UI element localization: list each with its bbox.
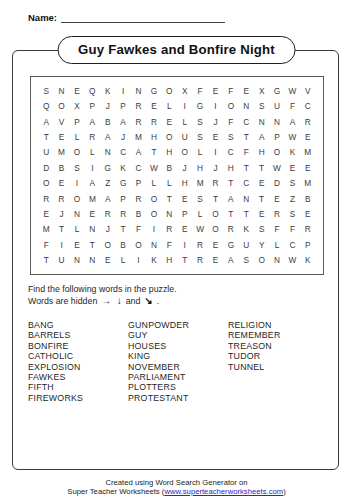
word-list-item: GUNPOWDER	[128, 320, 228, 330]
grid-cell: G	[146, 83, 161, 98]
grid-cell: N	[239, 191, 254, 206]
grid-cell: T	[146, 145, 161, 160]
grid-cell: O	[208, 206, 223, 221]
grid-cell: E	[269, 191, 284, 206]
grid-cell: V	[54, 114, 69, 129]
grid-cell: L	[192, 206, 207, 221]
grid-cell: E	[69, 237, 84, 252]
grid-cell: N	[131, 83, 146, 98]
word-list-item: KING	[128, 351, 228, 361]
word-list-item: REMEMBER	[228, 330, 328, 340]
grid-cell: E	[146, 99, 161, 114]
grid-cell: Z	[100, 176, 115, 191]
grid-cell: S	[223, 129, 238, 144]
grid-cell: L	[115, 252, 130, 267]
grid-cell: K	[146, 252, 161, 267]
grid-cell: T	[223, 206, 238, 221]
word-list-column-1: BANGBARRELSBONFIRECATHOLICEXPLOSIONFAWKE…	[28, 320, 128, 403]
grid-cell: U	[177, 129, 192, 144]
grid-cell: E	[254, 206, 269, 221]
word-list-item: FIREWORKS	[28, 393, 128, 403]
grid-cell: R	[300, 114, 315, 129]
grid-cell: J	[208, 114, 223, 129]
grid-cell: X	[69, 99, 84, 114]
grid-cell: B	[115, 237, 130, 252]
word-list-item: FAWKES	[28, 372, 128, 382]
grid-cell: M	[38, 222, 53, 237]
word-list-item: BANG	[28, 320, 128, 330]
grid-cell: O	[69, 191, 84, 206]
grid-cell: A	[254, 129, 269, 144]
grid-cell: I	[208, 145, 223, 160]
grid-cell: A	[85, 114, 100, 129]
grid-cell: L	[162, 99, 177, 114]
grid-cell: N	[54, 83, 69, 98]
grid-cell: Z	[285, 191, 300, 206]
grid-cell: E	[208, 129, 223, 144]
grid-cell: A	[100, 129, 115, 144]
grid-cell: I	[54, 237, 69, 252]
grid-cell: A	[223, 191, 238, 206]
footer-credit: Created using Word Search Generator on S…	[0, 478, 353, 496]
grid-cell: F	[192, 83, 207, 98]
grid-cell: G	[192, 99, 207, 114]
grid-cell: L	[192, 145, 207, 160]
grid-cell: J	[100, 99, 115, 114]
grid-cell: N	[146, 237, 161, 252]
name-label: Name:	[28, 12, 57, 23]
instructions-period: .	[157, 296, 159, 306]
grid-cell: I	[177, 99, 192, 114]
name-row: Name:	[28, 12, 225, 23]
grid-cell: N	[162, 206, 177, 221]
grid-cell: T	[254, 191, 269, 206]
grid-cell: N	[69, 206, 84, 221]
grid-cell: O	[208, 222, 223, 237]
grid-cell: O	[69, 145, 84, 160]
word-list-item: EXPLOSION	[28, 362, 128, 372]
grid-cell: S	[254, 222, 269, 237]
grid-cell: O	[269, 145, 284, 160]
grid-cell: R	[85, 129, 100, 144]
instructions-line1: Find the following words in the puzzle.	[28, 284, 177, 295]
grid-cell: R	[131, 99, 146, 114]
word-list-column-3: RELIGIONREMEMBERTREASONTUDORTUNNEL	[228, 320, 328, 403]
grid-cell: E	[208, 83, 223, 98]
grid-cell: B	[162, 160, 177, 175]
page-title: Guy Fawkes and Bonfire Night	[57, 36, 296, 64]
grid-cell: T	[177, 252, 192, 267]
grid-cell: O	[162, 83, 177, 98]
grid-cell: R	[38, 191, 53, 206]
word-list-item: FIFTH	[28, 382, 128, 392]
grid-cell: W	[285, 252, 300, 267]
grid-cell: G	[223, 237, 238, 252]
grid-cell: N	[269, 114, 284, 129]
word-list-item: TUNNEL	[228, 362, 328, 372]
grid-cell: N	[85, 222, 100, 237]
instructions: Find the following words in the puzzle. …	[28, 284, 177, 307]
grid-cell: E	[300, 129, 315, 144]
grid-cell: T	[162, 191, 177, 206]
word-list-item: PARLIAMENT	[128, 372, 228, 382]
name-blank-line	[61, 12, 225, 23]
arrow-down-icon: ↓	[115, 295, 123, 306]
grid-cell: F	[269, 222, 284, 237]
footer-line2-prefix: Super Teacher Worksheets (	[67, 487, 164, 496]
grid-cell: P	[269, 129, 284, 144]
grid-cell: M	[300, 145, 315, 160]
grid-cell: U	[38, 145, 53, 160]
grid-cell: E	[38, 206, 53, 221]
grid-cell: S	[38, 83, 53, 98]
grid-cell: E	[85, 206, 100, 221]
grid-cell: O	[54, 99, 69, 114]
grid-cell: X	[177, 83, 192, 98]
word-list-item: TREASON	[228, 341, 328, 351]
footer-line2: Super Teacher Worksheets (www.superteach…	[0, 487, 353, 496]
grid-cell: A	[115, 114, 130, 129]
grid-cell: S	[192, 191, 207, 206]
grid-cell: R	[131, 114, 146, 129]
grid-cell: R	[269, 206, 284, 221]
grid-cell: L	[85, 145, 100, 160]
grid-cell: F	[162, 237, 177, 252]
grid-cell: I	[177, 237, 192, 252]
grid-cell: T	[254, 160, 269, 175]
grid-cell: H	[254, 145, 269, 160]
word-list-item: GUY	[128, 330, 228, 340]
grid-cell: O	[131, 237, 146, 252]
grid-cell: W	[192, 222, 207, 237]
word-list-item: BARRELS	[28, 330, 128, 340]
grid-cell: E	[239, 83, 254, 98]
grid-cell: E	[54, 129, 69, 144]
grid-cell: R	[115, 206, 130, 221]
grid-cell: E	[100, 252, 115, 267]
grid-cell: N	[85, 252, 100, 267]
grid-cell: A	[100, 191, 115, 206]
grid-cell: M	[300, 176, 315, 191]
grid-cell: B	[131, 206, 146, 221]
grid-cell: B	[100, 114, 115, 129]
grid-cell: S	[285, 176, 300, 191]
grid-cell: D	[38, 160, 53, 175]
grid-cell: P	[69, 114, 84, 129]
grid-cell: H	[177, 176, 192, 191]
grid-cell: G	[115, 176, 130, 191]
grid-cell: T	[223, 176, 238, 191]
grid-cell: I	[85, 160, 100, 175]
grid-cell: A	[131, 145, 146, 160]
grid-cell: L	[69, 129, 84, 144]
grid-cell: N	[100, 145, 115, 160]
grid-cell: S	[69, 160, 84, 175]
grid-cell: F	[285, 222, 300, 237]
grid-cell: O	[223, 99, 238, 114]
grid-cell: P	[177, 206, 192, 221]
grid-cell: L	[269, 237, 284, 252]
grid-cell: P	[300, 237, 315, 252]
letter-grid: SNEQKINGOXFEFEXGWVQOXPJPRELIGIONSUFCAVPA…	[38, 83, 315, 268]
grid-cell: O	[162, 129, 177, 144]
grid-cell: K	[285, 145, 300, 160]
grid-cell: L	[69, 222, 84, 237]
grid-cell: K	[100, 83, 115, 98]
grid-cell: F	[285, 99, 300, 114]
grid-cell: R	[223, 222, 238, 237]
grid-cell: J	[177, 160, 192, 175]
grid-cell: M	[192, 176, 207, 191]
word-list-item: BONFIRE	[28, 341, 128, 351]
grid-cell: O	[177, 145, 192, 160]
grid-cell: J	[208, 160, 223, 175]
grid-cell: M	[85, 191, 100, 206]
grid-cell: E	[69, 83, 84, 98]
grid-cell: S	[192, 114, 207, 129]
grid-cell: J	[115, 129, 130, 144]
grid-cell: R	[208, 176, 223, 191]
grid-cell: X	[254, 83, 269, 98]
grid-cell: K	[300, 252, 315, 267]
grid-cell: W	[146, 160, 161, 175]
grid-cell: C	[131, 160, 146, 175]
grid-cell: R	[100, 206, 115, 221]
word-list-item: PLOTTERS	[128, 382, 228, 392]
grid-cell: E	[177, 222, 192, 237]
grid-cell: T	[85, 237, 100, 252]
grid-cell: E	[177, 191, 192, 206]
grid-cell: W	[269, 160, 284, 175]
grid-cell: T	[38, 129, 53, 144]
grid-cell: M	[131, 129, 146, 144]
grid-cell: W	[285, 83, 300, 98]
grid-cell: N	[239, 99, 254, 114]
grid-cell: S	[239, 252, 254, 267]
grid-cell: P	[131, 176, 146, 191]
grid-cell: A	[223, 252, 238, 267]
grid-cell: I	[115, 83, 130, 98]
grid-cell: S	[254, 99, 269, 114]
word-list-item: HOUSES	[128, 341, 228, 351]
grid-cell: W	[285, 129, 300, 144]
grid-cell: R	[162, 222, 177, 237]
grid-cell: G	[269, 83, 284, 98]
grid-cell: H	[223, 160, 238, 175]
grid-cell: T	[115, 222, 130, 237]
grid-cell: E	[208, 237, 223, 252]
grid-cell: O	[100, 237, 115, 252]
grid-cell: H	[162, 252, 177, 267]
grid-cell: R	[131, 191, 146, 206]
grid-cell: U	[269, 99, 284, 114]
grid-cell: D	[269, 176, 284, 191]
worksheet-page: { "game": "word-search", "position": "SN…	[0, 0, 353, 500]
grid-cell: A	[38, 114, 53, 129]
grid-cell: M	[54, 145, 69, 160]
grid-cell: T	[239, 160, 254, 175]
grid-cell: E	[285, 160, 300, 175]
footer-line1: Created using Word Search Generator on	[0, 478, 353, 487]
grid-cell: O	[146, 206, 161, 221]
grid-cell: T	[239, 129, 254, 144]
grid-cell: P	[115, 99, 130, 114]
grid-cell: P	[85, 99, 100, 114]
puzzle-grid-box: SNEQKINGOXFEFEXGWVQOXPJPRELIGIONSUFCAVPA…	[30, 76, 324, 275]
website-link[interactable]: www.superteacherworksheets.com	[164, 487, 283, 496]
grid-cell: L	[177, 114, 192, 129]
grid-cell: N	[254, 114, 269, 129]
grid-cell: N	[269, 252, 284, 267]
grid-cell: Y	[254, 237, 269, 252]
grid-cell: A	[285, 114, 300, 129]
grid-cell: F	[223, 114, 238, 129]
footer-line2-suffix: )	[283, 487, 286, 496]
grid-cell: U	[54, 252, 69, 267]
grid-cell: O	[146, 191, 161, 206]
grid-cell: T	[38, 252, 53, 267]
grid-cell: F	[239, 145, 254, 160]
grid-cell: G	[100, 160, 115, 175]
grid-cell: T	[239, 206, 254, 221]
grid-cell: C	[223, 145, 238, 160]
grid-cell: L	[146, 176, 161, 191]
grid-cell: C	[239, 176, 254, 191]
instructions-line2-prefix: Words are hidden	[28, 296, 97, 306]
grid-cell: R	[146, 114, 161, 129]
grid-cell: Q	[38, 99, 53, 114]
grid-cell: T	[208, 191, 223, 206]
grid-cell: R	[300, 222, 315, 237]
grid-cell: K	[239, 222, 254, 237]
grid-cell: S	[285, 206, 300, 221]
grid-cell: H	[146, 129, 161, 144]
grid-cell: S	[192, 129, 207, 144]
arrow-diagonal-icon: ↘	[143, 295, 154, 306]
word-list-item: CATHOLIC	[28, 351, 128, 361]
grid-cell: L	[162, 176, 177, 191]
grid-cell: C	[285, 237, 300, 252]
grid-cell: I	[69, 176, 84, 191]
grid-cell: E	[208, 252, 223, 267]
grid-cell: H	[192, 160, 207, 175]
grid-cell: E	[54, 176, 69, 191]
grid-cell: C	[239, 114, 254, 129]
grid-cell: P	[115, 191, 130, 206]
grid-cell: F	[38, 237, 53, 252]
grid-cell: E	[162, 114, 177, 129]
grid-cell: N	[69, 252, 84, 267]
grid-cell: J	[54, 206, 69, 221]
grid-cell: I	[146, 222, 161, 237]
instructions-and-label: and	[126, 296, 141, 306]
grid-cell: V	[300, 83, 315, 98]
grid-cell: C	[300, 99, 315, 114]
grid-cell: O	[38, 176, 53, 191]
grid-cell: I	[131, 252, 146, 267]
word-list-item: PROTESTANT	[128, 393, 228, 403]
grid-cell: J	[100, 222, 115, 237]
word-list-item: RELIGION	[228, 320, 328, 330]
grid-cell: R	[192, 252, 207, 267]
grid-cell: H	[162, 145, 177, 160]
grid-cell: K	[115, 160, 130, 175]
grid-cell: C	[115, 145, 130, 160]
grid-cell: Q	[85, 83, 100, 98]
grid-cell: R	[54, 191, 69, 206]
grid-cell: T	[54, 222, 69, 237]
grid-cell: O	[254, 252, 269, 267]
grid-cell: A	[85, 176, 100, 191]
word-list-column-2: GUNPOWDERGUYHOUSESKINGNOVEMBERPARLIAMENT…	[128, 320, 228, 403]
word-list-item: NOVEMBER	[128, 362, 228, 372]
grid-cell: F	[223, 83, 238, 98]
grid-cell: E	[254, 176, 269, 191]
grid-cell: F	[131, 222, 146, 237]
grid-cell: E	[300, 206, 315, 221]
grid-cell: B	[54, 160, 69, 175]
grid-cell: E	[300, 160, 315, 175]
grid-cell: I	[208, 99, 223, 114]
word-list-item: TUDOR	[228, 351, 328, 361]
grid-cell: R	[192, 237, 207, 252]
word-list: BANGBARRELSBONFIRECATHOLICEXPLOSIONFAWKE…	[28, 320, 328, 403]
grid-cell: B	[300, 191, 315, 206]
arrow-right-icon: →	[100, 295, 113, 306]
instructions-line2: Words are hidden → ↓ and ↘ .	[28, 295, 177, 307]
grid-cell: U	[239, 237, 254, 252]
